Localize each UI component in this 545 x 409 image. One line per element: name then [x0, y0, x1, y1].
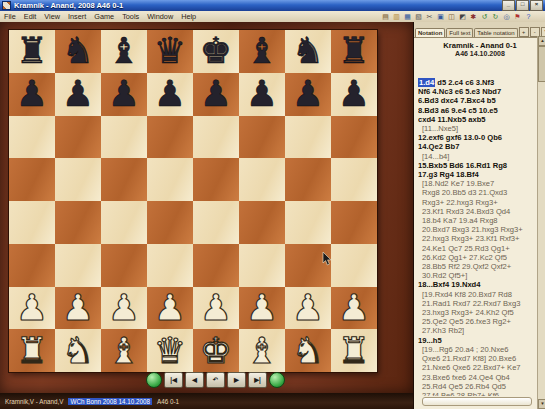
piece-black-p[interactable]: ♟	[246, 73, 278, 115]
piece-white-p[interactable]: ♟	[154, 287, 186, 329]
playback-controls: |◀◀↶▶▶|	[146, 372, 285, 388]
square-a3[interactable]	[9, 244, 55, 287]
current-move-highlight[interactable]: 1.d4	[418, 78, 435, 87]
chess-app-window: Kramnik - Anand, 2008 A46 0-1 _□× FileEd…	[0, 0, 545, 409]
square-c7[interactable]: ♟	[101, 73, 147, 116]
square-c6[interactable]	[101, 116, 147, 159]
notation-line[interactable]: 23.Bxe6 fxe6 24.Qe4 Qb4	[418, 373, 536, 382]
close-button[interactable]: ×	[530, 0, 543, 11]
notation-line[interactable]: cxd4 11.Nxb5 axb5	[418, 115, 536, 124]
go-start-button[interactable]: |◀	[164, 372, 183, 388]
notation-line[interactable]: 14.Qe2 Bb7	[418, 142, 536, 151]
square-a7[interactable]: ♟	[9, 73, 55, 116]
game-players: Kramnik - Anand 0-1	[414, 41, 545, 50]
search-icon[interactable]: ◎	[502, 12, 511, 21]
square-h5[interactable]	[331, 158, 377, 201]
square-f5[interactable]	[239, 158, 285, 201]
game-info: A46 14.10.2008	[414, 50, 545, 57]
square-b6[interactable]	[55, 116, 101, 159]
tab-notation[interactable]: Notation	[415, 28, 445, 37]
notation-line[interactable]: [11...Nxe5]	[418, 124, 536, 133]
notation-line[interactable]: 19...h5	[418, 336, 536, 345]
square-d4[interactable]	[147, 201, 193, 244]
cut-icon[interactable]: ✂	[425, 12, 434, 21]
notation-line[interactable]: 1.d4 d5 2.c4 c6 3.Nf3	[418, 78, 536, 87]
square-a6[interactable]	[9, 116, 55, 159]
square-f2[interactable]: ♟	[239, 287, 285, 330]
square-c2[interactable]: ♟	[101, 287, 147, 330]
piece-white-n[interactable]: ♞	[62, 330, 94, 372]
window-controls: _□×	[502, 0, 543, 11]
square-h4[interactable]	[331, 201, 377, 244]
notation-line[interactable]: 23.hxg3 Rxg3+ 24.Kh2 Qf5	[418, 308, 536, 317]
takeback-button[interactable]: ↶	[206, 372, 225, 388]
window-title: Kramnik - Anand, 2008 A46 0-1	[14, 1, 502, 10]
notation-scrollbar[interactable]: ▲ ▼	[537, 36, 545, 409]
scroll-down-icon[interactable]: ▼	[538, 399, 545, 409]
square-d1[interactable]: ♛	[147, 329, 193, 372]
forward-button[interactable]: ▶	[227, 372, 246, 388]
notation-line[interactable]: Rxg3+ 22.hxg3 Rxg3+	[418, 198, 536, 207]
notation-line[interactable]: 21.Rad1 Rxd7 22.Rxd7 Bxg3	[418, 299, 536, 308]
notation-line[interactable]: Rxg8 20.Bb5 d3 21.Qxd3	[418, 188, 536, 197]
minimize-button[interactable]: _	[502, 0, 515, 11]
piece-black-p[interactable]: ♟	[62, 73, 94, 115]
square-h6[interactable]	[331, 116, 377, 159]
notation-line[interactable]: 24.Ke1 Qc7 25.Rd3 Qg1+	[418, 244, 536, 253]
notation-line[interactable]: 22.hxg3 Rxg3+ 23.Kf1 Rxf3+	[418, 234, 536, 243]
square-d7[interactable]: ♟	[147, 73, 193, 116]
notation-line[interactable]: [19.Rxd4 Kf8 20.Bxd7 Rd8	[418, 290, 536, 299]
square-h8[interactable]: ♜	[331, 30, 377, 73]
square-a8[interactable]: ♜	[9, 30, 55, 73]
notation-line[interactable]: 15.Bxb5 Bd6 16.Rd1 Rg8	[418, 161, 536, 170]
game-progress-slider[interactable]	[422, 397, 532, 406]
piece-black-p[interactable]: ♟	[338, 73, 370, 115]
undo-icon[interactable]: ↺	[480, 12, 489, 21]
piece-black-b[interactable]: ♝	[108, 30, 140, 72]
piece-white-q[interactable]: ♛	[154, 330, 186, 372]
app-icon	[2, 1, 11, 10]
redo-icon[interactable]: ↻	[491, 12, 500, 21]
square-b2[interactable]: ♟	[55, 287, 101, 330]
square-e1[interactable]: ♚	[193, 329, 239, 372]
mouse-cursor	[322, 252, 332, 266]
square-f8[interactable]: ♝	[239, 30, 285, 73]
square-f1[interactable]: ♝	[239, 329, 285, 372]
flip-board-icon[interactable]: ◩	[458, 12, 467, 21]
menu-items: FileEditViewInsertGameToolsWindowHelp	[4, 12, 196, 21]
square-g6[interactable]	[285, 116, 331, 159]
board-frame: ♜♞♝♛♚♝♞♜♟♟♟♟♟♟♟♟♟♟♟♟♟♟♟♟♜♞♝♛♚♝♞♜ |◀◀↶▶▶|	[0, 22, 413, 393]
notation-line[interactable]: 20.Bxd7 Bxg3 21.hxg3 Rxg3+	[418, 225, 536, 234]
square-b4[interactable]	[55, 201, 101, 244]
piece-white-p[interactable]: ♟	[200, 287, 232, 329]
piece-white-p[interactable]: ♟	[246, 287, 278, 329]
square-d5[interactable]	[147, 158, 193, 201]
notation-line[interactable]: 21.Nxe6 Qxe6 22.Bxd7+ Ke7	[418, 363, 536, 372]
paste-icon[interactable]: ◫	[447, 12, 456, 21]
piece-black-p[interactable]: ♟	[200, 73, 232, 115]
square-f3[interactable]	[239, 244, 285, 287]
notation-line[interactable]: [19...Rg6 20.a4 ; 20.Nxe6	[418, 345, 536, 354]
menu-item-help[interactable]: Help	[181, 12, 196, 21]
piece-white-n[interactable]: ♞	[292, 330, 324, 372]
piece-black-n[interactable]: ♞	[62, 30, 94, 72]
piece-white-p[interactable]: ♟	[292, 287, 324, 329]
square-e8[interactable]: ♚	[193, 30, 239, 73]
square-g4[interactable]	[285, 201, 331, 244]
scrollbar-thumb[interactable]	[538, 46, 545, 82]
square-g8[interactable]: ♞	[285, 30, 331, 73]
piece-black-k[interactable]: ♚	[200, 30, 232, 72]
piece-black-p[interactable]: ♟	[154, 73, 186, 115]
tab-full-text[interactable]: Full text	[446, 28, 473, 37]
help-icon[interactable]: ?	[524, 12, 533, 21]
menu-item-game[interactable]: Game	[94, 12, 114, 21]
notation-line[interactable]: 23.Kf1 Rxd3 24.Bxd3 Qd4	[418, 207, 536, 216]
menu-item-view[interactable]: View	[44, 12, 60, 21]
square-c8[interactable]: ♝	[101, 30, 147, 73]
status-bar: Kramnik,V - Anand,VWCh Bonn 2008 14.10.2…	[0, 393, 413, 409]
notation-line[interactable]: 27.Kh3 Rb2]	[418, 326, 536, 335]
square-a4[interactable]	[9, 201, 55, 244]
square-h7[interactable]: ♟	[331, 73, 377, 116]
notation-line[interactable]: 18...Bxf4 19.Nxd4	[418, 280, 536, 289]
square-d8[interactable]: ♛	[147, 30, 193, 73]
square-e4[interactable]	[193, 201, 239, 244]
notation-line[interactable]: [14...b4]	[418, 152, 536, 161]
square-c5[interactable]	[101, 158, 147, 201]
square-e7[interactable]: ♟	[193, 73, 239, 116]
square-c3[interactable]	[101, 244, 147, 287]
print-icon[interactable]: ▧	[414, 12, 423, 21]
notation-line[interactable]: Qxe6 21.Rxd7 Kf8] 20.Bxe6	[418, 354, 536, 363]
notation-line[interactable]: 28.Bb5 Rf2 29.Qxf2 Qxf2+	[418, 262, 536, 271]
piece-black-p[interactable]: ♟	[108, 73, 140, 115]
status-segment: A46 0-1	[157, 398, 179, 405]
notation-line[interactable]: 17.g3 Rg4 18.Bf4	[418, 170, 536, 179]
square-c4[interactable]	[101, 201, 147, 244]
piece-white-b[interactable]: ♝	[108, 330, 140, 372]
square-d2[interactable]: ♟	[147, 287, 193, 330]
go-end-button[interactable]: ▶|	[248, 372, 267, 388]
square-a1[interactable]: ♜	[9, 329, 55, 372]
square-b7[interactable]: ♟	[55, 73, 101, 116]
menu-item-tools[interactable]: Tools	[122, 12, 139, 21]
menu-item-edit[interactable]: Edit	[24, 12, 37, 21]
square-h3[interactable]	[331, 244, 377, 287]
square-b3[interactable]	[55, 244, 101, 287]
square-h1[interactable]: ♜	[331, 329, 377, 372]
piece-white-r[interactable]: ♜	[338, 330, 370, 372]
status-segment: Kramnik,V - Anand,V	[5, 398, 63, 405]
notation-line[interactable]: 25.Rd4 Qe5 26.Rb4 Qd5	[418, 382, 536, 391]
autoplay-button[interactable]	[146, 372, 162, 388]
back-button[interactable]: ◀	[185, 372, 204, 388]
tab-table-notation[interactable]: Table notation	[474, 28, 517, 37]
piece-black-p[interactable]: ♟	[16, 73, 48, 115]
notation-line[interactable]: 26.Kd2 Qg1+ 27.Kc2 Qf5	[418, 253, 536, 262]
square-e2[interactable]: ♟	[193, 287, 239, 330]
piece-black-r[interactable]: ♜	[338, 30, 370, 72]
square-g7[interactable]: ♟	[285, 73, 331, 116]
save-icon[interactable]: ▦	[403, 12, 412, 21]
piece-white-r[interactable]: ♜	[16, 330, 48, 372]
engine-icon[interactable]: ✱	[469, 12, 478, 21]
move-list[interactable]: 1.d4 d5 2.c4 c6 3.Nf3Nf6 4.Nc3 e6 5.e3 N…	[418, 78, 536, 396]
piece-white-p[interactable]: ♟	[338, 287, 370, 329]
square-f4[interactable]	[239, 201, 285, 244]
menu-item-file[interactable]: File	[4, 12, 16, 21]
square-g5[interactable]	[285, 158, 331, 201]
title-bar: Kramnik - Anand, 2008 A46 0-1 _□×	[0, 0, 545, 11]
maximize-button[interactable]: □	[516, 0, 529, 11]
square-d3[interactable]	[147, 244, 193, 287]
piece-white-p[interactable]: ♟	[62, 287, 94, 329]
square-e6[interactable]	[193, 116, 239, 159]
open-icon[interactable]: ▥	[392, 12, 401, 21]
copy-icon[interactable]: ▣	[436, 12, 445, 21]
notation-line[interactable]: 18.b4 Ka7 19.a4 Rxg8	[418, 216, 536, 225]
piece-black-q[interactable]: ♛	[154, 30, 186, 72]
menu-item-insert[interactable]: Insert	[68, 12, 86, 21]
square-b5[interactable]	[55, 158, 101, 201]
notation-line[interactable]: 25.Qe2 Qe5 26.fxe3 Rg2+	[418, 317, 536, 326]
piece-black-b[interactable]: ♝	[246, 30, 278, 72]
square-g2[interactable]: ♟	[285, 287, 331, 330]
piece-black-n[interactable]: ♞	[292, 30, 324, 72]
notation-line[interactable]: 27.f4 Be6 28.Rb7+ Kf6	[418, 391, 536, 396]
piece-black-p[interactable]: ♟	[292, 73, 324, 115]
scroll-up-icon[interactable]: ▲	[538, 36, 545, 46]
move-text[interactable]: d5 2.c4 c6 3.Nf3	[435, 78, 494, 87]
flag-icon[interactable]: ⚑	[513, 12, 522, 21]
square-h2[interactable]: ♟	[331, 287, 377, 330]
tab-button-+[interactable]: +	[519, 27, 529, 37]
notation-line[interactable]: 12.exf6 gxf6 13.0-0 Qb6	[418, 133, 536, 142]
square-f7[interactable]: ♟	[239, 73, 285, 116]
notation-tabs: NotationFull textTable notation +-?	[414, 22, 545, 38]
square-a5[interactable]	[9, 158, 55, 201]
piece-black-r[interactable]: ♜	[16, 30, 48, 72]
piece-white-k[interactable]: ♚	[200, 330, 232, 372]
square-e3[interactable]	[193, 244, 239, 287]
piece-white-p[interactable]: ♟	[16, 287, 48, 329]
menu-item-window[interactable]: Window	[147, 12, 173, 21]
square-b1[interactable]: ♞	[55, 329, 101, 372]
notation-line[interactable]: 8.Bd3 a6 9.e4 c5 10.e5	[418, 106, 536, 115]
toolbar: ▤▥▦▧✂▣◫◩✱↺↻◎⚑?	[381, 12, 545, 21]
notation-panel: NotationFull textTable notation +-? Kram…	[413, 22, 545, 409]
square-b8[interactable]: ♞	[55, 30, 101, 73]
status-segment: WCh Bonn 2008 14.10.2008	[68, 398, 151, 405]
notation-line[interactable]: 30.Rd2 Qf5+]	[418, 271, 536, 280]
square-a2[interactable]: ♟	[9, 287, 55, 330]
square-e5[interactable]	[193, 158, 239, 201]
chess-board[interactable]: ♜♞♝♛♚♝♞♜♟♟♟♟♟♟♟♟♟♟♟♟♟♟♟♟♜♞♝♛♚♝♞♜	[9, 30, 377, 372]
play-button[interactable]	[269, 372, 285, 388]
notation-line[interactable]: Nf6 4.Nc3 e6 5.e3 Nbd7	[418, 87, 536, 96]
tab-strip: NotationFull textTable notation	[415, 28, 518, 37]
square-g1[interactable]: ♞	[285, 329, 331, 372]
piece-white-p[interactable]: ♟	[108, 287, 140, 329]
piece-white-b[interactable]: ♝	[246, 330, 278, 372]
square-f6[interactable]	[239, 116, 285, 159]
square-d6[interactable]	[147, 116, 193, 159]
new-board-icon[interactable]: ▤	[381, 12, 390, 21]
square-c1[interactable]: ♝	[101, 329, 147, 372]
notation-line[interactable]: [18.Nd2 Ke7 19.Bxe7	[418, 179, 536, 188]
notation-line[interactable]: 6.Bd3 dxc4 7.Bxc4 b5	[418, 96, 536, 105]
